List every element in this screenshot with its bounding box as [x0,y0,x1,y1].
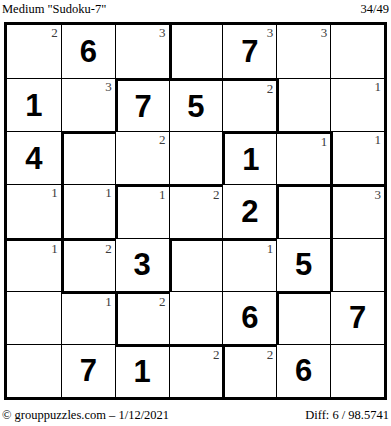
given-digit: 7 [80,355,97,386]
pencil-mark: 2 [267,82,274,95]
pencil-mark: 2 [51,26,58,39]
cell-r1c2[interactable]: 6 [61,25,115,78]
cell-r1c6[interactable]: 3 [276,25,330,78]
given-digit: 3 [134,249,151,280]
cell-r6c6[interactable] [276,291,330,344]
given-digit: 5 [295,249,312,280]
cell-r7c7[interactable] [330,344,384,397]
cell-r6c7[interactable]: 7 [330,291,384,344]
cell-r3c3[interactable]: 2 [115,131,169,184]
cell-r7c4[interactable]: 2 [169,344,223,397]
pencil-mark: 3 [375,188,382,201]
pencil-mark: 2 [267,348,274,361]
page-title: Medium "Sudoku-7" [2,2,106,16]
cell-r5c2[interactable]: 2 [61,238,115,291]
cell-r1c7[interactable] [330,25,384,78]
cell-r5c1[interactable]: 1 [7,238,61,291]
pencil-mark: 2 [105,242,112,255]
cell-r4c1[interactable]: 1 [7,184,61,237]
pencil-mark: 1 [51,186,58,199]
cell-r3c5[interactable]: 1 [222,131,276,184]
cell-r5c3[interactable]: 3 [115,238,169,291]
given-digit: 1 [25,90,42,121]
cell-r4c7[interactable]: 3 [330,184,384,237]
cell-r3c7[interactable]: 1 [330,131,384,184]
pencil-mark: 2 [159,295,166,308]
given-digit: 5 [187,91,204,122]
cell-r1c5[interactable]: 73 [222,25,276,78]
given-digit: 6 [295,355,312,386]
cell-r2c1[interactable]: 1 [7,78,61,131]
pencil-mark: 3 [267,26,274,39]
given-digit: 7 [241,36,258,67]
cell-r2c3[interactable]: 7 [115,78,169,131]
difficulty-text: Diff: 6 / 98.5741 [305,408,389,422]
cell-r7c6[interactable]: 6 [276,344,330,397]
puzzle-page: Medium "Sudoku-7" 34/49 2637331375214211… [0,0,391,426]
cell-r6c5[interactable]: 6 [222,291,276,344]
cell-r4c6[interactable] [276,184,330,237]
sudoku-board: 2637331375214211111122312315126771226 [4,22,387,400]
cell-r1c4[interactable] [169,25,223,78]
cell-r5c5[interactable]: 1 [222,238,276,291]
cell-r5c6[interactable]: 5 [276,238,330,291]
pencil-mark: 1 [105,186,112,199]
pencil-mark: 1 [51,242,58,255]
pencil-mark: 1 [105,295,112,308]
pencil-mark: 1 [267,242,274,255]
given-digit: 7 [349,302,366,333]
header: Medium "Sudoku-7" 34/49 [2,2,389,16]
page-indicator: 34/49 [361,2,389,16]
pencil-mark: 1 [375,133,382,146]
cell-r2c2[interactable]: 3 [61,78,115,131]
pencil-mark: 1 [159,188,166,201]
cell-r3c4[interactable] [169,131,223,184]
cell-r6c1[interactable] [7,291,61,344]
cell-r1c3[interactable]: 3 [115,25,169,78]
given-digit: 2 [241,196,258,227]
cell-r2c7[interactable]: 1 [330,78,384,131]
cell-r3c2[interactable] [61,131,115,184]
cell-r7c2[interactable]: 7 [61,344,115,397]
copyright-date-text: © grouppuzzles.com – 1/12/2021 [2,408,169,422]
pencil-mark: 2 [213,188,220,201]
pencil-mark: 2 [159,133,166,146]
cell-r2c5[interactable]: 2 [222,78,276,131]
cell-r2c4[interactable]: 5 [169,78,223,131]
cell-r4c3[interactable]: 1 [115,184,169,237]
cell-r2c6[interactable] [276,78,330,131]
cell-r4c5[interactable]: 2 [222,184,276,237]
cell-r4c4[interactable]: 2 [169,184,223,237]
pencil-mark: 3 [105,80,112,93]
given-digit: 1 [134,356,151,387]
pencil-mark: 1 [321,135,328,148]
cell-r6c2[interactable]: 1 [61,291,115,344]
cell-r7c3[interactable]: 1 [115,344,169,397]
cell-r5c4[interactable] [169,238,223,291]
footer: © grouppuzzles.com – 1/12/2021 Diff: 6 /… [2,408,389,422]
pencil-mark: 3 [321,26,328,39]
cell-r6c3[interactable]: 2 [115,291,169,344]
cell-r5c7[interactable] [330,238,384,291]
given-digit: 6 [80,36,97,67]
cell-r7c1[interactable] [7,344,61,397]
cell-r4c2[interactable]: 1 [61,184,115,237]
pencil-mark: 3 [159,26,166,39]
given-digit: 1 [242,144,259,175]
cell-r1c1[interactable]: 2 [7,25,61,78]
given-digit: 7 [135,91,152,122]
cell-r7c5[interactable]: 2 [222,344,276,397]
given-digit: 6 [241,302,258,333]
pencil-mark: 1 [375,80,382,93]
given-digit: 4 [25,143,42,174]
cell-r3c1[interactable]: 4 [7,131,61,184]
cell-r3c6[interactable]: 1 [276,131,330,184]
pencil-mark: 2 [213,348,220,361]
cell-r6c4[interactable] [169,291,223,344]
